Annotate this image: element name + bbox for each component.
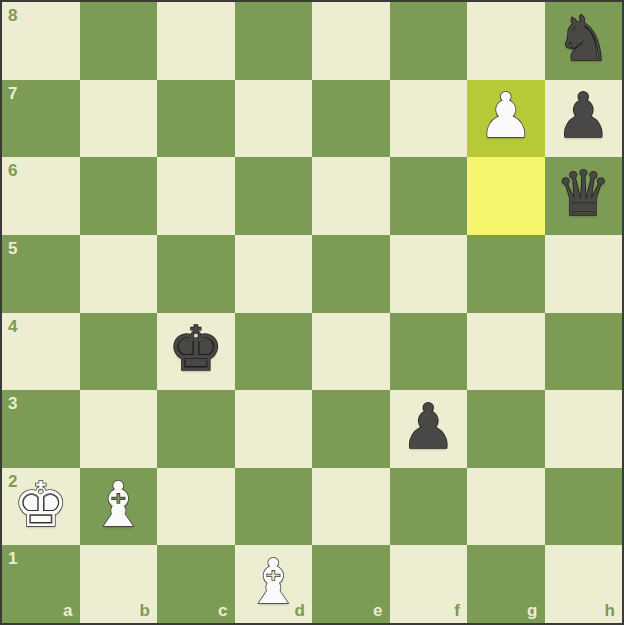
rank-label-8: 8 bbox=[8, 7, 17, 24]
square-h3[interactable] bbox=[545, 390, 623, 468]
square-a2[interactable]: 2♚ bbox=[2, 468, 80, 546]
rank-label-4: 4 bbox=[8, 318, 17, 335]
file-label-b: b bbox=[140, 602, 150, 619]
black-knight[interactable]: ♞ bbox=[555, 8, 611, 70]
square-f3[interactable]: ♟ bbox=[390, 390, 468, 468]
square-a6[interactable]: 6 bbox=[2, 157, 80, 235]
square-a1[interactable]: 1a bbox=[2, 545, 80, 623]
square-f2[interactable] bbox=[390, 468, 468, 546]
square-c2[interactable] bbox=[157, 468, 235, 546]
white-king[interactable]: ♚ bbox=[13, 474, 69, 536]
square-b6[interactable] bbox=[80, 157, 158, 235]
square-g5[interactable] bbox=[467, 235, 545, 313]
square-g7[interactable]: ♟ bbox=[467, 80, 545, 158]
square-g2[interactable] bbox=[467, 468, 545, 546]
square-e6[interactable] bbox=[312, 157, 390, 235]
square-c6[interactable] bbox=[157, 157, 235, 235]
square-f7[interactable] bbox=[390, 80, 468, 158]
square-c8[interactable] bbox=[157, 2, 235, 80]
square-c1[interactable]: c bbox=[157, 545, 235, 623]
white-bishop[interactable]: ♝ bbox=[90, 474, 146, 536]
square-e3[interactable] bbox=[312, 390, 390, 468]
square-c7[interactable] bbox=[157, 80, 235, 158]
square-h5[interactable] bbox=[545, 235, 623, 313]
square-a4[interactable]: 4 bbox=[2, 313, 80, 391]
black-queen[interactable]: ♛ bbox=[555, 163, 611, 225]
square-g1[interactable]: g bbox=[467, 545, 545, 623]
square-b4[interactable] bbox=[80, 313, 158, 391]
square-h1[interactable]: h bbox=[545, 545, 623, 623]
black-king[interactable]: ♚ bbox=[168, 318, 224, 380]
square-h2[interactable] bbox=[545, 468, 623, 546]
square-e2[interactable] bbox=[312, 468, 390, 546]
rank-label-5: 5 bbox=[8, 240, 17, 257]
square-f8[interactable] bbox=[390, 2, 468, 80]
square-e1[interactable]: e bbox=[312, 545, 390, 623]
square-h8[interactable]: ♞ bbox=[545, 2, 623, 80]
square-e4[interactable] bbox=[312, 313, 390, 391]
square-a8[interactable]: 8 bbox=[2, 2, 80, 80]
square-b7[interactable] bbox=[80, 80, 158, 158]
square-d3[interactable] bbox=[235, 390, 313, 468]
square-b1[interactable]: b bbox=[80, 545, 158, 623]
square-f5[interactable] bbox=[390, 235, 468, 313]
square-g6[interactable] bbox=[467, 157, 545, 235]
square-h7[interactable]: ♟ bbox=[545, 80, 623, 158]
black-pawn[interactable]: ♟ bbox=[400, 396, 456, 458]
file-label-f: f bbox=[454, 602, 460, 619]
square-d4[interactable] bbox=[235, 313, 313, 391]
square-f1[interactable]: f bbox=[390, 545, 468, 623]
square-c5[interactable] bbox=[157, 235, 235, 313]
white-pawn[interactable]: ♟ bbox=[478, 85, 534, 147]
square-d5[interactable] bbox=[235, 235, 313, 313]
rank-label-3: 3 bbox=[8, 395, 17, 412]
rank-label-6: 6 bbox=[8, 162, 17, 179]
square-g4[interactable] bbox=[467, 313, 545, 391]
square-c4[interactable]: ♚ bbox=[157, 313, 235, 391]
square-f6[interactable] bbox=[390, 157, 468, 235]
square-d8[interactable] bbox=[235, 2, 313, 80]
file-label-h: h bbox=[605, 602, 615, 619]
white-bishop[interactable]: ♝ bbox=[245, 551, 301, 613]
rank-label-7: 7 bbox=[8, 85, 17, 102]
square-d7[interactable] bbox=[235, 80, 313, 158]
chess-board-frame: 8♞7♟♟6♛54♚3♟2♚♝1abcd♝efgh bbox=[0, 0, 624, 625]
square-b3[interactable] bbox=[80, 390, 158, 468]
square-b8[interactable] bbox=[80, 2, 158, 80]
square-h4[interactable] bbox=[545, 313, 623, 391]
square-a7[interactable]: 7 bbox=[2, 80, 80, 158]
file-label-a: a bbox=[63, 602, 72, 619]
square-d1[interactable]: d♝ bbox=[235, 545, 313, 623]
square-h6[interactable]: ♛ bbox=[545, 157, 623, 235]
square-a5[interactable]: 5 bbox=[2, 235, 80, 313]
file-label-e: e bbox=[373, 602, 382, 619]
file-label-g: g bbox=[527, 602, 537, 619]
square-b5[interactable] bbox=[80, 235, 158, 313]
square-e7[interactable] bbox=[312, 80, 390, 158]
square-g8[interactable] bbox=[467, 2, 545, 80]
square-a3[interactable]: 3 bbox=[2, 390, 80, 468]
rank-label-1: 1 bbox=[8, 550, 17, 567]
black-pawn[interactable]: ♟ bbox=[555, 85, 611, 147]
square-e8[interactable] bbox=[312, 2, 390, 80]
file-label-c: c bbox=[218, 602, 227, 619]
square-b2[interactable]: ♝ bbox=[80, 468, 158, 546]
chess-board: 8♞7♟♟6♛54♚3♟2♚♝1abcd♝efgh bbox=[2, 2, 622, 623]
square-c3[interactable] bbox=[157, 390, 235, 468]
square-d2[interactable] bbox=[235, 468, 313, 546]
square-g3[interactable] bbox=[467, 390, 545, 468]
square-f4[interactable] bbox=[390, 313, 468, 391]
square-d6[interactable] bbox=[235, 157, 313, 235]
square-e5[interactable] bbox=[312, 235, 390, 313]
